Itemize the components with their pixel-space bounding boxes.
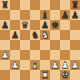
square-g7[interactable]: ♟ [60,10,70,20]
white-knight[interactable]: ♞ [41,30,50,40]
square-c5[interactable] [20,30,30,40]
square-h1[interactable] [70,70,80,80]
square-e4[interactable] [40,40,50,50]
square-c1[interactable] [20,70,30,80]
white-bishop[interactable]: ♝ [31,60,40,70]
square-c2[interactable] [20,60,30,70]
white-pawn[interactable]: ♟ [61,60,70,70]
square-f1[interactable] [50,70,60,80]
square-g3[interactable] [60,50,70,60]
square-b8[interactable] [10,0,20,10]
square-g5[interactable] [60,30,70,40]
square-d2[interactable]: ♝ [30,60,40,70]
black-pawn[interactable]: ♟ [41,20,50,30]
square-d5[interactable]: ♞ [30,30,40,40]
square-b7[interactable] [10,10,20,20]
square-g4[interactable] [60,40,70,50]
square-f2[interactable]: ♟ [50,60,60,70]
black-pawn[interactable]: ♟ [61,10,70,20]
square-b1[interactable] [10,70,20,80]
square-e2[interactable] [40,60,50,70]
white-pawn[interactable]: ♟ [1,50,10,60]
black-knight[interactable]: ♞ [31,30,40,40]
square-e6[interactable]: ♟ [40,20,50,30]
square-e8[interactable] [40,0,50,10]
square-b6[interactable] [10,20,20,30]
square-c8[interactable] [20,0,30,10]
square-h4[interactable] [70,40,80,50]
black-bishop[interactable]: ♝ [41,10,50,20]
square-d3[interactable] [30,50,40,60]
square-e7[interactable]: ♝ [40,10,50,20]
square-c3[interactable] [20,50,30,60]
square-d4[interactable] [30,40,40,50]
square-c4[interactable] [20,40,30,50]
square-h5[interactable] [70,30,80,40]
square-g8[interactable] [60,0,70,10]
square-h3[interactable] [70,50,80,60]
square-d1[interactable] [30,70,40,80]
square-c7[interactable] [20,10,30,20]
square-c6[interactable]: ♛ [20,20,30,30]
square-e3[interactable] [40,50,50,60]
square-a6[interactable]: ♟ [0,20,10,30]
square-g1[interactable]: ♚ [60,70,70,80]
black-pawn[interactable]: ♟ [11,30,20,40]
square-a7[interactable] [0,10,10,20]
square-a8[interactable]: ♜ [0,0,10,10]
square-d8[interactable] [30,0,40,10]
square-a5[interactable] [0,30,10,40]
square-f4[interactable] [50,40,60,50]
black-rook[interactable]: ♜ [1,0,10,10]
square-a3[interactable]: ♟ [0,50,10,60]
square-f7[interactable] [50,10,60,20]
black-king[interactable]: ♚ [51,20,60,30]
square-f3[interactable] [50,50,60,60]
square-e1[interactable]: ♜ [40,70,50,80]
square-g6[interactable] [60,20,70,30]
white-king[interactable]: ♚ [61,70,70,80]
chess-board: ♜♜♝♟♟♟♛♟♚♟♞♞♟♟♝♟♟♟♜♚ [0,0,80,80]
square-b2[interactable]: ♟ [10,60,20,70]
black-rook[interactable]: ♜ [71,0,80,10]
white-rook[interactable]: ♜ [41,70,50,80]
square-f8[interactable] [50,0,60,10]
square-e5[interactable]: ♞ [40,30,50,40]
white-pawn[interactable]: ♟ [71,60,80,70]
black-pawn[interactable]: ♟ [71,10,80,20]
square-f5[interactable] [50,30,60,40]
black-queen[interactable]: ♛ [21,20,30,30]
white-pawn[interactable]: ♟ [51,60,60,70]
square-a2[interactable] [0,60,10,70]
white-pawn[interactable]: ♟ [11,60,20,70]
square-a1[interactable] [0,70,10,80]
square-d7[interactable] [30,10,40,20]
square-b4[interactable] [10,40,20,50]
square-b3[interactable] [10,50,20,60]
square-a4[interactable] [0,40,10,50]
square-b5[interactable]: ♟ [10,30,20,40]
square-h7[interactable]: ♟ [70,10,80,20]
square-f6[interactable]: ♚ [50,20,60,30]
square-g2[interactable]: ♟ [60,60,70,70]
square-h6[interactable] [70,20,80,30]
black-pawn[interactable]: ♟ [1,20,10,30]
square-d6[interactable] [30,20,40,30]
square-h2[interactable]: ♟ [70,60,80,70]
square-h8[interactable]: ♜ [70,0,80,10]
